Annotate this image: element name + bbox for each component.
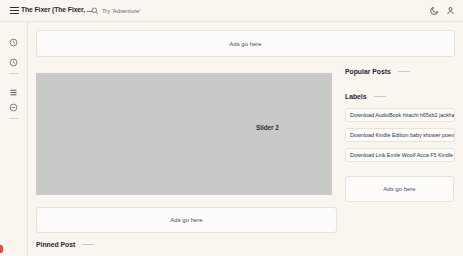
top-ad-slot[interactable]: Ads go here [36,30,455,57]
heading-dash [82,244,94,245]
label-chip-1[interactable]: Download AudioBook hitachi h65sb2 jackha… [345,108,455,122]
top-ad-text: Ads go here [229,41,261,47]
heading-dash [374,96,386,97]
popular-posts-heading: Popular Posts [345,68,410,75]
rail-icon-4[interactable] [9,98,18,107]
site-title[interactable]: The Fixer (The Fixer, ... [21,6,92,13]
sidebar-ad-text: Ads go here [383,186,415,192]
profile-icon[interactable] [445,5,455,15]
dark-mode-icon[interactable] [429,5,439,15]
rail-divider-1 [9,73,19,74]
floating-button-sliver[interactable] [0,245,3,253]
featured-slider[interactable]: Slider 2 [36,73,332,195]
label-chip-text: Download Link Emile Woolf Acca F5 Kindle… [350,152,455,158]
rail-divider-2 [9,118,19,119]
rail-icon-2[interactable] [9,53,18,62]
search-icon [91,7,99,15]
label-chip-text: Download Kindle Edition baby shower poem… [350,132,455,138]
rail-icon-1[interactable] [9,33,18,42]
labels-heading-text: Labels [345,93,367,100]
label-chip-3[interactable]: Download Link Emile Woolf Acca F5 Kindle… [345,148,455,162]
search-button[interactable]: Try 'Adventure' [91,5,140,17]
sidebar-ad-slot[interactable]: Ads go here [345,176,454,202]
rail-icon-3[interactable] [9,83,18,92]
header-actions [429,5,455,15]
popular-posts-heading-text: Popular Posts [345,68,391,75]
page: The Fixer (The Fixer, ... Try 'Adventure… [0,0,463,256]
menu-icon[interactable] [10,7,19,15]
label-chip-text: Download AudioBook hitachi h65sb2 jackha… [350,112,455,118]
labels-heading: Labels [345,93,386,100]
label-chip-2[interactable]: Download Kindle Edition baby shower poem… [345,128,455,142]
slider-caption: Slider 2 [256,124,279,131]
pinned-post-heading: Pinned Post [36,241,94,248]
main-bottom-ad-text: Ads go here [170,217,202,223]
left-sidebar [0,22,28,256]
heading-dash [398,71,410,72]
main-bottom-ad-slot[interactable]: Ads go here [36,207,337,233]
top-navbar: The Fixer (The Fixer, ... Try 'Adventure… [0,0,463,22]
pinned-post-heading-text: Pinned Post [36,241,75,248]
search-hint: Try 'Adventure' [102,8,140,14]
